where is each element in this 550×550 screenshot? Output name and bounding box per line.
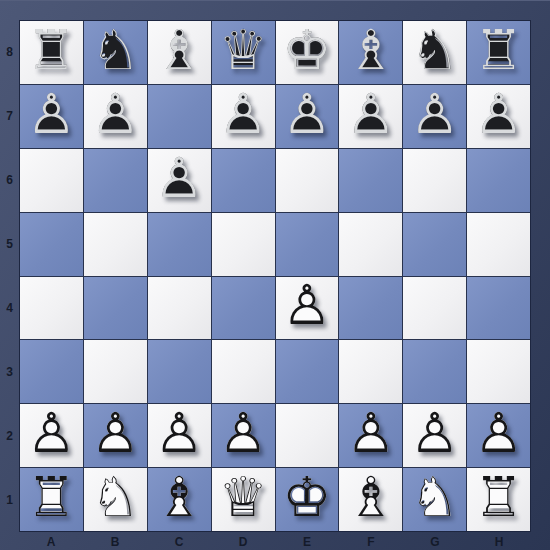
- square-d7[interactable]: ♟♙: [212, 85, 275, 148]
- square-c1[interactable]: ♝♗: [148, 468, 211, 531]
- file-label-a: A: [19, 532, 83, 550]
- file-label-f: F: [339, 532, 403, 550]
- white-rook-icon: ♜♖: [20, 468, 83, 531]
- square-e6[interactable]: [276, 149, 339, 212]
- square-b7[interactable]: ♟♙: [84, 85, 147, 148]
- white-pawn-icon: ♟♙: [276, 277, 339, 340]
- rank-label-5: 5: [0, 212, 19, 276]
- rank-label-1: 1: [0, 468, 19, 532]
- square-c8[interactable]: ♝♗: [148, 21, 211, 84]
- square-h1[interactable]: ♜♖: [467, 468, 530, 531]
- square-b4[interactable]: [84, 277, 147, 340]
- white-rook-icon: ♜♖: [467, 468, 530, 531]
- rank-label-7: 7: [0, 84, 19, 148]
- square-e5[interactable]: [276, 213, 339, 276]
- square-d3[interactable]: [212, 340, 275, 403]
- square-e7[interactable]: ♟♙: [276, 85, 339, 148]
- square-a6[interactable]: [20, 149, 83, 212]
- square-b8[interactable]: ♞♘: [84, 21, 147, 84]
- white-pawn-icon: ♟♙: [403, 404, 466, 467]
- black-pawn-icon: ♟♙: [84, 85, 147, 148]
- rank-label-4: 4: [0, 276, 19, 340]
- rank-label-6: 6: [0, 148, 19, 212]
- black-queen-icon: ♛♕: [212, 21, 275, 84]
- white-pawn-icon: ♟♙: [212, 404, 275, 467]
- square-f6[interactable]: [339, 149, 402, 212]
- file-label-h: H: [467, 532, 531, 550]
- square-h5[interactable]: [467, 213, 530, 276]
- square-d1[interactable]: ♛♕: [212, 468, 275, 531]
- square-f3[interactable]: [339, 340, 402, 403]
- chess-board: ♜♖♞♘♝♗♛♕♚♔♝♗♞♘♜♖♟♙♟♙♟♙♟♙♟♙♟♙♟♙♟♙♟♙♟♙♟♙♟♙…: [19, 20, 531, 532]
- white-bishop-icon: ♝♗: [339, 468, 402, 531]
- square-e4[interactable]: ♟♙: [276, 277, 339, 340]
- black-pawn-icon: ♟♙: [276, 85, 339, 148]
- rank-label-8: 8: [0, 20, 19, 84]
- square-g4[interactable]: [403, 277, 466, 340]
- black-bishop-icon: ♝♗: [339, 21, 402, 84]
- white-queen-icon: ♛♕: [212, 468, 275, 531]
- square-d8[interactable]: ♛♕: [212, 21, 275, 84]
- square-d4[interactable]: [212, 277, 275, 340]
- file-label-e: E: [275, 532, 339, 550]
- square-h6[interactable]: [467, 149, 530, 212]
- square-c5[interactable]: [148, 213, 211, 276]
- black-pawn-icon: ♟♙: [339, 85, 402, 148]
- square-g7[interactable]: ♟♙: [403, 85, 466, 148]
- white-pawn-icon: ♟♙: [148, 404, 211, 467]
- black-bishop-icon: ♝♗: [148, 21, 211, 84]
- square-h8[interactable]: ♜♖: [467, 21, 530, 84]
- square-g1[interactable]: ♞♘: [403, 468, 466, 531]
- file-labels: ABCDEFGH: [19, 532, 531, 550]
- square-b6[interactable]: [84, 149, 147, 212]
- white-pawn-icon: ♟♙: [20, 404, 83, 467]
- square-c4[interactable]: [148, 277, 211, 340]
- square-e3[interactable]: [276, 340, 339, 403]
- square-h4[interactable]: [467, 277, 530, 340]
- square-g2[interactable]: ♟♙: [403, 404, 466, 467]
- square-a4[interactable]: [20, 277, 83, 340]
- black-rook-icon: ♜♖: [20, 21, 83, 84]
- square-g8[interactable]: ♞♘: [403, 21, 466, 84]
- black-pawn-icon: ♟♙: [403, 85, 466, 148]
- white-knight-icon: ♞♘: [403, 468, 466, 531]
- square-d2[interactable]: ♟♙: [212, 404, 275, 467]
- square-b3[interactable]: [84, 340, 147, 403]
- square-c6[interactable]: ♟♙: [148, 149, 211, 212]
- square-a1[interactable]: ♜♖: [20, 468, 83, 531]
- white-knight-icon: ♞♘: [84, 468, 147, 531]
- square-f5[interactable]: [339, 213, 402, 276]
- square-f8[interactable]: ♝♗: [339, 21, 402, 84]
- board-frame: 87654321 ♜♖♞♘♝♗♛♕♚♔♝♗♞♘♜♖♟♙♟♙♟♙♟♙♟♙♟♙♟♙♟…: [0, 0, 550, 550]
- black-knight-icon: ♞♘: [84, 21, 147, 84]
- black-rook-icon: ♜♖: [467, 21, 530, 84]
- square-a7[interactable]: ♟♙: [20, 85, 83, 148]
- black-knight-icon: ♞♘: [403, 21, 466, 84]
- square-b1[interactable]: ♞♘: [84, 468, 147, 531]
- square-g6[interactable]: [403, 149, 466, 212]
- square-a5[interactable]: [20, 213, 83, 276]
- white-pawn-icon: ♟♙: [339, 404, 402, 467]
- rank-labels: 87654321: [0, 20, 19, 532]
- square-h2[interactable]: ♟♙: [467, 404, 530, 467]
- black-pawn-icon: ♟♙: [20, 85, 83, 148]
- white-pawn-icon: ♟♙: [84, 404, 147, 467]
- square-e8[interactable]: ♚♔: [276, 21, 339, 84]
- square-d6[interactable]: [212, 149, 275, 212]
- square-c7[interactable]: [148, 85, 211, 148]
- square-h3[interactable]: [467, 340, 530, 403]
- square-h7[interactable]: ♟♙: [467, 85, 530, 148]
- black-pawn-icon: ♟♙: [212, 85, 275, 148]
- rank-label-3: 3: [0, 340, 19, 404]
- square-f1[interactable]: ♝♗: [339, 468, 402, 531]
- square-b2[interactable]: ♟♙: [84, 404, 147, 467]
- square-g5[interactable]: [403, 213, 466, 276]
- square-a3[interactable]: [20, 340, 83, 403]
- square-g3[interactable]: [403, 340, 466, 403]
- square-e1[interactable]: ♚♔: [276, 468, 339, 531]
- square-f2[interactable]: ♟♙: [339, 404, 402, 467]
- rank-label-2: 2: [0, 404, 19, 468]
- black-pawn-icon: ♟♙: [148, 149, 211, 212]
- square-c2[interactable]: ♟♙: [148, 404, 211, 467]
- square-f4[interactable]: [339, 277, 402, 340]
- square-e2[interactable]: [276, 404, 339, 467]
- square-b5[interactable]: [84, 213, 147, 276]
- square-a2[interactable]: ♟♙: [20, 404, 83, 467]
- file-label-d: D: [211, 532, 275, 550]
- black-pawn-icon: ♟♙: [467, 85, 530, 148]
- file-label-c: C: [147, 532, 211, 550]
- square-d5[interactable]: [212, 213, 275, 276]
- white-bishop-icon: ♝♗: [148, 468, 211, 531]
- square-a8[interactable]: ♜♖: [20, 21, 83, 84]
- square-f7[interactable]: ♟♙: [339, 85, 402, 148]
- file-label-g: G: [403, 532, 467, 550]
- white-king-icon: ♚♔: [276, 468, 339, 531]
- square-c3[interactable]: [148, 340, 211, 403]
- white-pawn-icon: ♟♙: [467, 404, 530, 467]
- black-king-icon: ♚♔: [276, 21, 339, 84]
- file-label-b: B: [83, 532, 147, 550]
